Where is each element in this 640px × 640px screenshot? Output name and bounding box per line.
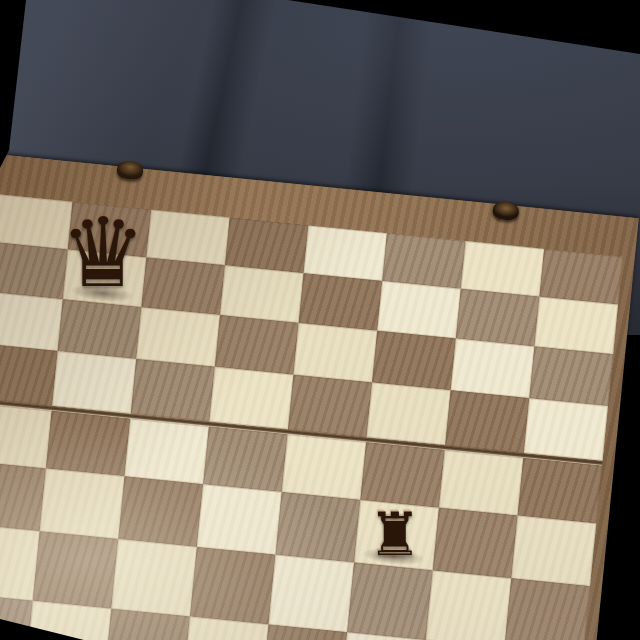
- square-a7: [0, 242, 68, 300]
- square-f6: [372, 331, 456, 391]
- square-d4: [203, 426, 287, 492]
- square-c8: [146, 210, 229, 266]
- square-a6: [0, 292, 63, 352]
- square-d3: [197, 484, 282, 555]
- square-c4: [125, 419, 209, 485]
- square-a4: [0, 403, 52, 469]
- black-rook-glyph: ♜: [368, 506, 422, 563]
- square-h2: [504, 578, 590, 640]
- square-e2: [269, 555, 355, 633]
- square-e4: [282, 434, 366, 500]
- square-g6: [451, 339, 535, 399]
- photo-stage: ♛♜: [0, 0, 640, 640]
- square-g3: [433, 508, 518, 579]
- square-e7: [299, 273, 383, 331]
- black-queen[interactable]: ♛: [63, 178, 153, 303]
- square-g2: [426, 570, 512, 640]
- square-g4: [439, 450, 523, 516]
- square-h6: [529, 346, 613, 406]
- square-e5: [288, 375, 372, 438]
- square-c5: [131, 359, 215, 422]
- square-a3: [0, 461, 46, 532]
- square-e3: [276, 492, 361, 563]
- square-d6: [215, 315, 299, 375]
- square-a5: [0, 343, 58, 406]
- black-queen-glyph: ♛: [60, 208, 146, 299]
- square-h7: [535, 297, 619, 355]
- square-d7: [220, 265, 304, 323]
- square-g8: [461, 241, 544, 297]
- square-h3: [511, 516, 596, 587]
- square-f7: [377, 281, 461, 339]
- square-b3: [40, 469, 125, 540]
- square-d2: [190, 547, 276, 625]
- square-c3: [118, 476, 203, 547]
- square-f2: [347, 563, 433, 640]
- square-b5: [52, 351, 136, 414]
- square-h8: [539, 249, 622, 305]
- square-e6: [294, 323, 378, 383]
- square-g5: [445, 390, 529, 453]
- black-rook[interactable]: ♜: [355, 473, 442, 566]
- square-d5: [209, 367, 293, 430]
- square-g7: [456, 289, 540, 347]
- square-h5: [524, 398, 608, 461]
- square-f5: [367, 382, 451, 445]
- square-b4: [46, 411, 130, 477]
- square-c6: [136, 307, 220, 367]
- square-f8: [382, 233, 465, 289]
- square-e8: [304, 225, 387, 281]
- chess-board: ♛♜: [0, 153, 639, 640]
- square-c2: [111, 539, 197, 617]
- square-b2: [33, 531, 119, 609]
- square-h4: [518, 458, 602, 524]
- square-c7: [141, 257, 225, 315]
- square-d8: [225, 218, 308, 274]
